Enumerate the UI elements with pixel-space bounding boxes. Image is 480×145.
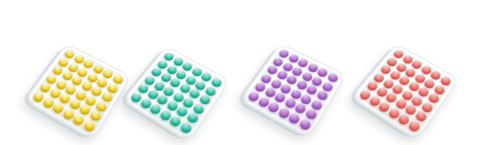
- popit-red-grid: [357, 48, 454, 135]
- popit-purple: [256, 49, 332, 125]
- product-photo: [0, 0, 480, 145]
- popit-yellow-tray: [26, 44, 130, 138]
- popit-red-tray: [352, 44, 458, 139]
- bubble-purple-r6c6[interactable]: [298, 118, 313, 132]
- popit-red: [368, 50, 444, 126]
- popit-purple-grid: [245, 47, 341, 133]
- popit-teal-grid: [128, 50, 225, 136]
- popit-purple-tray: [241, 44, 345, 137]
- popit-yellow-grid: [30, 48, 126, 135]
- popit-yellow: [41, 50, 117, 126]
- bubble-yellow-r6c6[interactable]: [82, 119, 97, 133]
- popit-teal: [139, 52, 215, 128]
- popit-teal-tray: [123, 47, 228, 140]
